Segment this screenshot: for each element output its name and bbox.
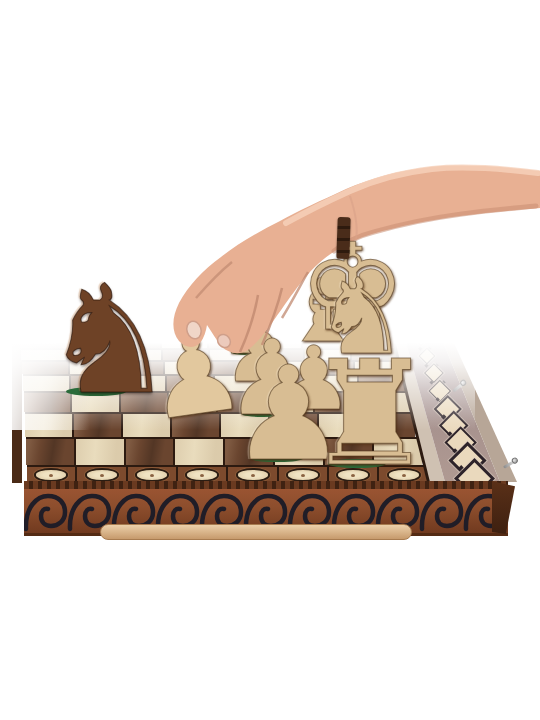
- chess-photo-scene: ♞♟♟♟♟♟♜♟♞♝♚: [0, 0, 540, 720]
- square-a1: [26, 439, 74, 465]
- square-d1: [175, 439, 223, 465]
- square-b1: [76, 439, 124, 465]
- box-bottom-strip: [100, 524, 412, 540]
- piece-white-rook-g2: ♜: [305, 341, 409, 486]
- box-right-side-face: [492, 481, 515, 534]
- king-cross-finial: [336, 217, 350, 259]
